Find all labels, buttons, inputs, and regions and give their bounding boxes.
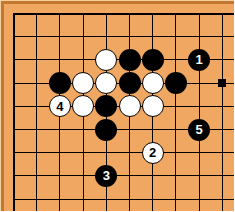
black-stone-move-3: 3 [95,165,117,187]
black-stone [142,49,164,71]
square-point-marker [218,79,226,87]
black-stone [165,72,187,94]
white-stone [72,72,94,94]
black-stone [95,95,117,117]
white-stone [95,72,117,94]
grid-line-horizontal [13,199,235,200]
white-stone [119,95,141,117]
grid-line-vertical [175,13,176,212]
grid-line-vertical [36,13,37,212]
grid-line-horizontal [13,36,235,37]
board-margin-band-left [1,1,4,211]
go-board-diagram: 14523 [0,0,234,211]
grid-line-horizontal [13,152,235,153]
white-stone [142,95,164,117]
white-stone [142,72,164,94]
black-stone [95,119,117,141]
grid-line-vertical [222,13,223,212]
white-stone-move-2: 2 [142,142,164,164]
black-stone-move-5: 5 [188,119,210,141]
board-outer-edge-left [0,0,1,211]
white-stone [95,49,117,71]
white-stone [72,95,94,117]
white-stone-move-4: 4 [49,95,71,117]
black-stone [49,72,71,94]
black-stone [119,72,141,94]
board-edge-line-top [13,13,235,15]
grid-line-horizontal [13,175,235,176]
black-stone-move-1: 1 [188,49,210,71]
board-edge-line-left [13,13,15,212]
grid-line-vertical [199,13,200,212]
black-stone [119,49,141,71]
board-margin-band-top [1,1,234,4]
board-outer-edge-top [0,0,234,1]
